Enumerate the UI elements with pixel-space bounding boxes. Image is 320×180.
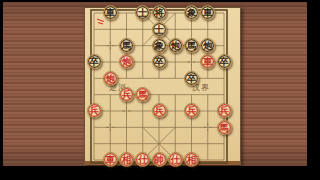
- piece-red-general[interactable]: 帥: [152, 152, 167, 167]
- piece-label: 車: [203, 8, 213, 18]
- piece-black-general[interactable]: 将: [152, 5, 167, 20]
- piece-label: 象: [154, 41, 164, 51]
- piece-label: 車: [106, 155, 116, 165]
- piece-red-cannon[interactable]: 炮: [103, 71, 118, 86]
- piece-black-cannon[interactable]: 炮: [168, 38, 183, 53]
- piece-label: 兵: [187, 106, 197, 116]
- piece-black-horse[interactable]: 馬: [119, 38, 134, 53]
- piece-black-advisor[interactable]: 士: [152, 22, 167, 37]
- piece-grid: 車士将象車士馬象炮馬炮卒卒卒卒炮車炮兵馬兵兵兵兵馬車相仕帥仕相: [86, 5, 232, 168]
- piece-red-horse[interactable]: 馬: [135, 87, 150, 102]
- piece-label: 車: [203, 57, 213, 66]
- piece-label: 馬: [219, 123, 229, 133]
- piece-label: 炮: [106, 74, 116, 84]
- piece-label: 兵: [154, 106, 164, 116]
- piece-label: 仕: [138, 155, 148, 165]
- piece-label: 帥: [154, 155, 164, 165]
- piece-red-elephant[interactable]: 相: [184, 152, 199, 167]
- piece-label: 相: [187, 155, 197, 165]
- piece-label: 卒: [154, 57, 164, 66]
- piece-label: 馬: [138, 90, 148, 100]
- piece-red-soldier[interactable]: 兵: [119, 87, 134, 102]
- piece-red-advisor[interactable]: 仕: [168, 152, 183, 167]
- piece-black-soldier[interactable]: 卒: [152, 54, 167, 69]
- piece-black-chariot[interactable]: 車: [103, 5, 118, 20]
- piece-label: 兵: [219, 106, 229, 116]
- piece-black-horse[interactable]: 馬: [184, 38, 199, 53]
- piece-label: 兵: [89, 106, 99, 116]
- piece-red-soldier[interactable]: 兵: [87, 103, 102, 118]
- piece-label: 卒: [187, 74, 197, 84]
- piece-label: 炮: [203, 41, 213, 51]
- piece-label: 象: [187, 8, 197, 18]
- piece-red-chariot[interactable]: 車: [103, 152, 118, 167]
- piece-red-soldier[interactable]: 兵: [184, 103, 199, 118]
- piece-label: 炮: [122, 57, 132, 66]
- piece-label: 炮: [171, 41, 181, 51]
- piece-label: 将: [154, 8, 164, 18]
- piece-red-elephant[interactable]: 相: [119, 152, 134, 167]
- piece-red-soldier[interactable]: 兵: [217, 103, 232, 118]
- piece-black-chariot[interactable]: 車: [200, 5, 215, 20]
- piece-label: 馬: [187, 41, 197, 51]
- piece-black-elephant[interactable]: 象: [152, 38, 167, 53]
- piece-black-elephant[interactable]: 象: [184, 5, 199, 20]
- piece-label: 相: [122, 155, 132, 165]
- piece-label: 士: [154, 25, 164, 35]
- piece-black-cannon[interactable]: 炮: [200, 38, 215, 53]
- piece-red-chariot[interactable]: 車: [200, 54, 215, 69]
- piece-label: 士: [138, 8, 148, 18]
- piece-label: 仕: [171, 155, 181, 165]
- piece-black-advisor[interactable]: 士: [135, 5, 150, 20]
- piece-red-advisor[interactable]: 仕: [135, 152, 150, 167]
- piece-black-soldier[interactable]: 卒: [87, 54, 102, 69]
- piece-black-soldier[interactable]: 卒: [217, 54, 232, 69]
- piece-label: 車: [106, 8, 116, 18]
- piece-label: 兵: [122, 90, 132, 100]
- piece-black-soldier[interactable]: 卒: [184, 71, 199, 86]
- piece-label: 卒: [219, 57, 229, 66]
- piece-red-cannon[interactable]: 炮: [119, 54, 134, 69]
- piece-label: 馬: [122, 41, 132, 51]
- piece-label: 卒: [89, 57, 99, 66]
- piece-red-horse[interactable]: 馬: [217, 120, 232, 135]
- piece-red-soldier[interactable]: 兵: [152, 103, 167, 118]
